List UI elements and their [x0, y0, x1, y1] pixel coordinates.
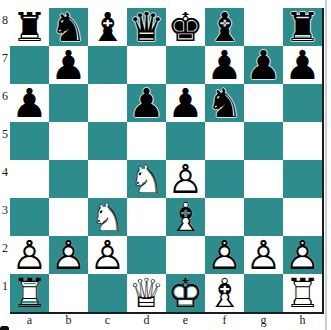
square-g5[interactable]	[244, 122, 283, 160]
file-label-b: b	[49, 314, 88, 326]
square-h6[interactable]	[283, 84, 322, 122]
piece-white-bishop[interactable]: ♗	[205, 274, 244, 312]
square-c6[interactable]	[88, 84, 127, 122]
rank-label-7: 7	[0, 46, 10, 84]
square-f5[interactable]	[205, 122, 244, 160]
square-d3[interactable]	[127, 198, 166, 236]
square-g8[interactable]	[244, 8, 283, 46]
piece-white-knight[interactable]: ♘	[88, 198, 127, 236]
piece-black-pawn[interactable]: ♟	[283, 46, 322, 84]
square-f4[interactable]	[205, 160, 244, 198]
square-f1[interactable]: ♝♗	[205, 274, 244, 312]
square-d6[interactable]: ♟	[127, 84, 166, 122]
square-d1[interactable]: ♛♕	[127, 274, 166, 312]
square-e4[interactable]: ♟♙	[166, 160, 205, 198]
square-a6[interactable]: ♟	[10, 84, 49, 122]
square-g1[interactable]	[244, 274, 283, 312]
square-g7[interactable]: ♟	[244, 46, 283, 84]
piece-black-knight[interactable]: ♞	[205, 84, 244, 122]
piece-white-pawn[interactable]: ♙	[10, 236, 49, 274]
piece-black-pawn[interactable]: ♟	[244, 46, 283, 84]
piece-black-bishop[interactable]: ♝	[205, 8, 244, 46]
square-c7[interactable]	[88, 46, 127, 84]
square-e3[interactable]: ♝♗	[166, 198, 205, 236]
square-a5[interactable]	[10, 122, 49, 160]
square-e1[interactable]: ♚♔	[166, 274, 205, 312]
panel-separator-line	[325, 0, 327, 330]
square-a3[interactable]	[10, 198, 49, 236]
piece-white-pawn[interactable]: ♙	[244, 236, 283, 274]
piece-white-knight[interactable]: ♘	[127, 160, 166, 198]
piece-white-bishop[interactable]: ♗	[166, 198, 205, 236]
square-e6[interactable]: ♟	[166, 84, 205, 122]
piece-black-pawn[interactable]: ♟	[10, 84, 49, 122]
rank-label-8: 8	[0, 8, 10, 46]
square-b4[interactable]	[49, 160, 88, 198]
rank-label-2: 2	[0, 236, 10, 274]
square-e5[interactable]	[166, 122, 205, 160]
piece-black-pawn[interactable]: ♟	[49, 46, 88, 84]
piece-black-pawn[interactable]: ♟	[127, 84, 166, 122]
square-h7[interactable]: ♟	[283, 46, 322, 84]
square-b7[interactable]: ♟	[49, 46, 88, 84]
square-g4[interactable]	[244, 160, 283, 198]
square-a8[interactable]: ♜	[10, 8, 49, 46]
piece-white-rook[interactable]: ♖	[10, 274, 49, 312]
file-label-c: c	[88, 314, 127, 326]
square-a4[interactable]	[10, 160, 49, 198]
piece-white-pawn[interactable]: ♙	[49, 236, 88, 274]
square-d4[interactable]: ♞♘	[127, 160, 166, 198]
square-d7[interactable]	[127, 46, 166, 84]
piece-black-rook[interactable]: ♜	[10, 8, 49, 46]
square-h1[interactable]: ♜♖	[283, 274, 322, 312]
rank-label-4: 4	[0, 160, 10, 198]
chess-board-panel: 87654321 ♜♞♝♛♚♝♜♟♟♟♟♟♟♟♞♞♘♟♙♞♘♝♗♟♙♟♙♟♙♟♙…	[0, 0, 331, 330]
piece-black-king[interactable]: ♚	[166, 8, 205, 46]
square-e8[interactable]: ♚	[166, 8, 205, 46]
piece-black-bishop[interactable]: ♝	[88, 8, 127, 46]
piece-white-pawn[interactable]: ♙	[88, 236, 127, 274]
piece-white-king[interactable]: ♔	[166, 274, 205, 312]
file-label-h: h	[283, 314, 322, 326]
chess-board[interactable]: ♜♞♝♛♚♝♜♟♟♟♟♟♟♟♞♞♘♟♙♞♘♝♗♟♙♟♙♟♙♟♙♟♙♟♙♜♖♛♕♚…	[10, 8, 324, 314]
square-f2[interactable]: ♟♙	[205, 236, 244, 274]
square-b6[interactable]	[49, 84, 88, 122]
square-h3[interactable]	[283, 198, 322, 236]
file-label-e: e	[166, 314, 205, 326]
piece-white-queen[interactable]: ♕	[127, 274, 166, 312]
cutoff-text-fragment	[0, 326, 9, 330]
piece-black-knight[interactable]: ♞	[49, 8, 88, 46]
square-b3[interactable]	[49, 198, 88, 236]
square-c3[interactable]: ♞♘	[88, 198, 127, 236]
rank-label-3: 3	[0, 198, 10, 236]
square-e2[interactable]	[166, 236, 205, 274]
square-d2[interactable]	[127, 236, 166, 274]
file-label-d: d	[127, 314, 166, 326]
piece-white-pawn[interactable]: ♙	[166, 160, 205, 198]
piece-black-rook[interactable]: ♜	[283, 8, 322, 46]
square-d8[interactable]: ♛	[127, 8, 166, 46]
piece-white-pawn[interactable]: ♙	[283, 236, 322, 274]
piece-black-queen[interactable]: ♛	[127, 8, 166, 46]
file-label-g: g	[244, 314, 283, 326]
square-c4[interactable]	[88, 160, 127, 198]
rank-label-1: 1	[0, 274, 10, 312]
file-label-a: a	[10, 314, 49, 326]
piece-black-pawn[interactable]: ♟	[205, 46, 244, 84]
square-b2[interactable]: ♟♙	[49, 236, 88, 274]
square-c5[interactable]	[88, 122, 127, 160]
square-b5[interactable]	[49, 122, 88, 160]
file-label-f: f	[205, 314, 244, 326]
square-c2[interactable]: ♟♙	[88, 236, 127, 274]
square-h5[interactable]	[283, 122, 322, 160]
square-g6[interactable]	[244, 84, 283, 122]
piece-black-pawn[interactable]: ♟	[166, 84, 205, 122]
square-g2[interactable]: ♟♙	[244, 236, 283, 274]
square-a7[interactable]	[10, 46, 49, 84]
file-labels-row: abcdefgh	[10, 314, 322, 326]
square-e7[interactable]	[166, 46, 205, 84]
square-a1[interactable]: ♜♖	[10, 274, 49, 312]
square-c1[interactable]	[88, 274, 127, 312]
rank-label-6: 6	[0, 84, 10, 122]
square-h4[interactable]	[283, 160, 322, 198]
square-b8[interactable]: ♞	[49, 8, 88, 46]
square-h8[interactable]: ♜	[283, 8, 322, 46]
square-f3[interactable]	[205, 198, 244, 236]
rank-labels-column: 87654321	[0, 8, 10, 312]
piece-white-pawn[interactable]: ♙	[205, 236, 244, 274]
square-a2[interactable]: ♟♙	[10, 236, 49, 274]
square-b1[interactable]	[49, 274, 88, 312]
square-c8[interactable]: ♝	[88, 8, 127, 46]
square-f7[interactable]: ♟	[205, 46, 244, 84]
square-d5[interactable]	[127, 122, 166, 160]
rank-label-5: 5	[0, 122, 10, 160]
piece-white-rook[interactable]: ♖	[283, 274, 322, 312]
square-h2[interactable]: ♟♙	[283, 236, 322, 274]
square-f8[interactable]: ♝	[205, 8, 244, 46]
square-g3[interactable]	[244, 198, 283, 236]
square-f6[interactable]: ♞	[205, 84, 244, 122]
